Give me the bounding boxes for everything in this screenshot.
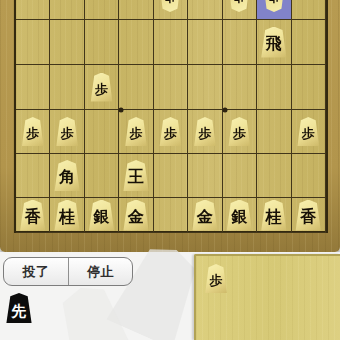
square-4h[interactable] — [188, 154, 222, 198]
square-4d[interactable] — [188, 0, 222, 20]
koma-kanji: 歩 — [21, 127, 45, 140]
square-4f[interactable] — [188, 65, 222, 110]
sente-komadai: 歩 — [194, 254, 340, 340]
sente-king[interactable]: 王 — [122, 160, 150, 191]
square-5g[interactable]: 歩 — [154, 110, 188, 154]
square-5f[interactable] — [154, 65, 188, 110]
sente-pawn[interactable]: 歩 — [21, 117, 45, 146]
shogi-board-frame: 歩歩歩飛歩歩歩歩歩歩歩歩角王香桂銀金金銀桂香 — [0, 0, 340, 252]
square-6f[interactable] — [119, 65, 153, 110]
sente-gold[interactable]: 金 — [191, 200, 219, 231]
koma-kanji: 飛 — [260, 36, 288, 52]
sente-pawn[interactable]: 歩 — [296, 117, 320, 146]
square-3f[interactable] — [223, 65, 257, 110]
square-6e[interactable] — [119, 20, 153, 65]
square-2h[interactable] — [257, 154, 291, 198]
shogi-board: 歩歩歩飛歩歩歩歩歩歩歩歩角王香桂銀金金銀桂香 — [14, 0, 328, 233]
sente-silver[interactable]: 銀 — [88, 200, 116, 231]
square-7h[interactable] — [85, 154, 119, 198]
sente-pawn[interactable]: 歩 — [124, 117, 148, 146]
koma-kanji: 歩 — [124, 127, 148, 140]
square-8i[interactable]: 桂 — [50, 198, 84, 233]
sente-pawn[interactable]: 歩 — [158, 117, 182, 146]
square-7d[interactable] — [85, 0, 119, 20]
sente-badge-label: 先 — [5, 303, 33, 318]
square-7e[interactable] — [85, 20, 119, 65]
shogi-app-screen: 歩歩歩飛歩歩歩歩歩歩歩歩角王香桂銀金金銀桂香 投了 停止 先 歩 — [0, 0, 340, 340]
square-7f[interactable]: 歩 — [85, 65, 119, 110]
square-1d[interactable] — [292, 0, 326, 20]
square-6g[interactable]: 歩 — [119, 110, 153, 154]
koma-kanji: 金 — [122, 209, 150, 225]
sente-pawn-in-hand[interactable]: 歩 — [204, 264, 228, 293]
square-3g[interactable]: 歩 — [223, 110, 257, 154]
square-7i[interactable]: 銀 — [85, 198, 119, 233]
square-8f[interactable] — [50, 65, 84, 110]
koma-kanji: 銀 — [225, 209, 253, 225]
square-3h[interactable] — [223, 154, 257, 198]
koma-kanji: 歩 — [193, 127, 217, 140]
square-2d[interactable]: 歩 — [257, 0, 291, 20]
square-4i[interactable]: 金 — [188, 198, 222, 233]
square-2e[interactable]: 飛 — [257, 20, 291, 65]
koma-kanji: 角 — [53, 169, 81, 185]
square-5e[interactable] — [154, 20, 188, 65]
koma-kanji: 桂 — [260, 209, 288, 225]
square-9i[interactable]: 香 — [16, 198, 50, 233]
koma-kanji: 金 — [191, 209, 219, 225]
koma-kanji: 歩 — [227, 127, 251, 140]
square-8h[interactable]: 角 — [50, 154, 84, 198]
stop-button[interactable]: 停止 — [68, 258, 133, 285]
sente-bishop[interactable]: 角 — [53, 160, 81, 191]
square-6h[interactable]: 王 — [119, 154, 153, 198]
koma-kanji: 王 — [122, 169, 150, 185]
square-1f[interactable] — [292, 65, 326, 110]
sente-pawn[interactable]: 歩 — [55, 117, 79, 146]
square-3e[interactable] — [223, 20, 257, 65]
square-6d[interactable] — [119, 0, 153, 20]
square-5d[interactable]: 歩 — [154, 0, 188, 20]
hoshi-dot — [223, 108, 228, 113]
square-1i[interactable]: 香 — [292, 198, 326, 233]
koma-kanji: 桂 — [53, 209, 81, 225]
square-9h[interactable] — [16, 154, 50, 198]
square-2f[interactable] — [257, 65, 291, 110]
koma-kanji: 歩 — [55, 127, 79, 140]
square-9e[interactable] — [16, 20, 50, 65]
square-5i[interactable] — [154, 198, 188, 233]
square-1e[interactable] — [292, 20, 326, 65]
square-1h[interactable] — [292, 154, 326, 198]
koma-kanji: 歩 — [204, 274, 228, 287]
koma-kanji: 歩 — [227, 0, 251, 2]
koma-kanji: 歩 — [158, 0, 182, 2]
square-8g[interactable]: 歩 — [50, 110, 84, 154]
sente-knight[interactable]: 桂 — [260, 200, 288, 231]
sente-gold[interactable]: 金 — [122, 200, 150, 231]
koma-kanji: 歩 — [262, 0, 286, 2]
gote-pawn[interactable]: 歩 — [158, 0, 182, 12]
board-grid: 歩歩歩飛歩歩歩歩歩歩歩歩角王香桂銀金金銀桂香 — [16, 0, 326, 231]
game-control-buttons: 投了 停止 — [3, 257, 133, 286]
square-5h[interactable] — [154, 154, 188, 198]
sente-lance[interactable]: 香 — [19, 200, 47, 231]
sente-pawn[interactable]: 歩 — [90, 73, 114, 102]
koma-kanji: 香 — [294, 209, 322, 225]
koma-kanji: 歩 — [296, 127, 320, 140]
sente-pawn[interactable]: 歩 — [227, 117, 251, 146]
square-9f[interactable] — [16, 65, 50, 110]
sente-pawn[interactable]: 歩 — [193, 117, 217, 146]
square-2g[interactable] — [257, 110, 291, 154]
sente-silver[interactable]: 銀 — [225, 200, 253, 231]
hoshi-dot — [118, 108, 123, 113]
square-3d[interactable]: 歩 — [223, 0, 257, 20]
sente-player-badge: 先 — [5, 293, 33, 323]
square-8d[interactable] — [50, 0, 84, 20]
koma-kanji: 歩 — [158, 127, 182, 140]
square-7g[interactable] — [85, 110, 119, 154]
square-6i[interactable]: 金 — [119, 198, 153, 233]
square-3i[interactable]: 銀 — [223, 198, 257, 233]
square-8e[interactable] — [50, 20, 84, 65]
sente-lance[interactable]: 香 — [294, 200, 322, 231]
square-1g[interactable]: 歩 — [292, 110, 326, 154]
gote-pawn[interactable]: 歩 — [227, 0, 251, 12]
sente-rook[interactable]: 飛 — [260, 27, 288, 58]
resign-button[interactable]: 投了 — [4, 258, 68, 285]
koma-kanji: 歩 — [90, 82, 114, 95]
square-9g[interactable]: 歩 — [16, 110, 50, 154]
sente-hand-pieces: 歩 — [204, 264, 228, 293]
koma-kanji: 香 — [19, 209, 47, 225]
square-4g[interactable]: 歩 — [188, 110, 222, 154]
gote-pawn[interactable]: 歩 — [262, 0, 286, 12]
square-2i[interactable]: 桂 — [257, 198, 291, 233]
sente-knight[interactable]: 桂 — [53, 200, 81, 231]
koma-kanji: 銀 — [88, 209, 116, 225]
bottom-panel: 投了 停止 先 歩 — [0, 252, 340, 340]
square-4e[interactable] — [188, 20, 222, 65]
square-9d[interactable] — [16, 0, 50, 20]
